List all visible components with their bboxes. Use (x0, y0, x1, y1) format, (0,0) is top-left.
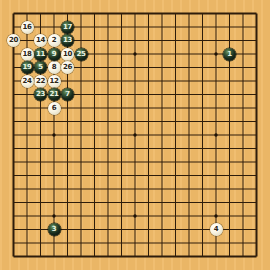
star-point (133, 133, 136, 136)
star-point (214, 214, 217, 217)
stone-white-16: 16 (21, 21, 34, 34)
stone-white-24: 24 (21, 75, 34, 88)
stone-black-11: 11 (34, 48, 47, 61)
star-point (133, 52, 136, 55)
move-number-label: 20 (9, 37, 18, 44)
stone-white-10: 10 (61, 48, 74, 61)
stone-black-7: 7 (61, 88, 74, 101)
stone-black-21: 21 (48, 88, 61, 101)
stone-white-14: 14 (34, 34, 47, 47)
move-number-label: 18 (23, 50, 32, 57)
move-number-label: 21 (50, 91, 59, 98)
move-number-label: 6 (52, 104, 56, 111)
move-number-label: 12 (50, 77, 59, 84)
stone-white-26: 26 (61, 61, 74, 74)
stone-black-17: 17 (61, 21, 74, 34)
stone-black-13: 13 (61, 34, 74, 47)
stone-black-1: 1 (223, 48, 236, 61)
move-number-label: 17 (63, 23, 72, 30)
stone-black-19: 19 (21, 61, 34, 74)
stone-black-3: 3 (48, 223, 61, 236)
stone-black-9: 9 (48, 48, 61, 61)
stone-white-20: 20 (7, 34, 20, 47)
move-number-label: 7 (65, 91, 69, 98)
stone-white-4: 4 (210, 223, 223, 236)
move-number-label: 2 (52, 37, 56, 44)
move-number-label: 13 (63, 37, 72, 44)
stone-black-23: 23 (34, 88, 47, 101)
move-number-label: 23 (36, 91, 45, 98)
move-number-label: 10 (63, 50, 72, 57)
move-number-label: 16 (23, 23, 32, 30)
go-board[interactable]: 1234567891011121314161718192021222324252… (0, 0, 270, 270)
star-point (52, 214, 55, 217)
stone-white-12: 12 (48, 75, 61, 88)
stone-white-6: 6 (48, 102, 61, 115)
move-number-label: 1 (227, 50, 231, 57)
star-point (214, 133, 217, 136)
stone-black-5: 5 (34, 61, 47, 74)
move-number-label: 3 (52, 226, 56, 233)
move-number-label: 14 (36, 37, 45, 44)
move-number-label: 19 (23, 64, 32, 71)
move-number-label: 22 (36, 77, 45, 84)
star-point (214, 52, 217, 55)
star-point (52, 133, 55, 136)
move-number-label: 26 (63, 64, 72, 71)
stone-white-8: 8 (48, 61, 61, 74)
move-number-label: 8 (52, 64, 56, 71)
stone-white-22: 22 (34, 75, 47, 88)
move-number-label: 4 (214, 226, 218, 233)
stone-black-25: 25 (75, 48, 88, 61)
move-number-label: 11 (36, 50, 45, 57)
move-number-label: 5 (38, 64, 42, 71)
stone-white-18: 18 (21, 48, 34, 61)
move-number-label: 25 (77, 50, 86, 57)
move-number-label: 24 (23, 77, 32, 84)
move-number-label: 9 (52, 50, 56, 57)
star-point (133, 214, 136, 217)
stone-white-2: 2 (48, 34, 61, 47)
